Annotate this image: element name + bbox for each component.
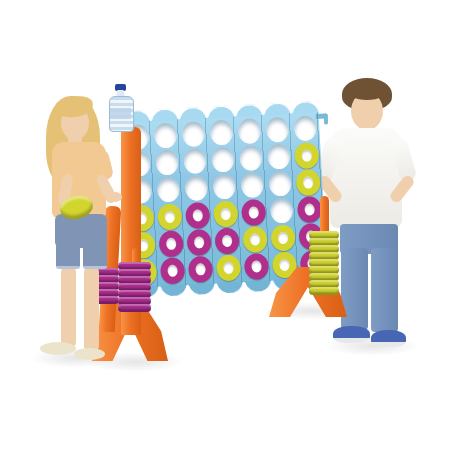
magenta-disc: [243, 252, 268, 279]
empty-hole: [293, 115, 316, 141]
magenta-disc: [214, 227, 239, 254]
left-big-magenta-stack: [118, 262, 151, 311]
magenta-disc: [158, 230, 183, 257]
boy-jeans-left-leg: [341, 248, 368, 330]
empty-hole: [265, 117, 288, 143]
empty-hole: [240, 172, 263, 198]
empty-hole: [239, 145, 262, 171]
girl-shorts-hips: [55, 214, 107, 248]
girl-right-shoe: [74, 348, 105, 360]
right-peg-pole: [320, 196, 329, 236]
empty-hole: [155, 149, 178, 175]
girl-right-leg: [84, 266, 99, 352]
yellow-disc: [270, 224, 295, 251]
connect-four-board: [122, 112, 327, 288]
boy-jeans-right-leg: [371, 248, 398, 332]
yellow-disc: [213, 200, 238, 227]
magenta-disc: [187, 255, 212, 282]
empty-hole: [237, 118, 260, 144]
girl-left-leg: [61, 266, 76, 348]
boy-right-sneaker: [371, 330, 406, 347]
empty-hole: [209, 120, 232, 146]
magenta-disc: [159, 257, 184, 284]
bottle-cap: [115, 84, 126, 91]
water-bottle: [108, 84, 134, 130]
yellow-disc: [157, 203, 182, 230]
empty-hole: [268, 171, 291, 197]
magenta-disc: [186, 228, 211, 255]
girl-shorts-right-leg: [83, 244, 107, 269]
magenta-disc: [185, 201, 210, 228]
boy-left-sneaker: [333, 326, 370, 343]
empty-hole: [211, 146, 234, 172]
empty-hole: [269, 197, 292, 223]
empty-hole: [267, 144, 290, 170]
yellow-disc: [215, 254, 240, 281]
girl-shorts-left-leg: [56, 244, 80, 269]
product-photo-scene: [0, 0, 450, 450]
empty-hole: [153, 122, 176, 148]
board-grid: [122, 112, 327, 286]
yellow-disc: [295, 169, 320, 196]
empty-hole: [212, 173, 235, 199]
magenta-disc: [241, 198, 266, 225]
stored-disc: [118, 304, 151, 312]
right-yellow-stack: [309, 231, 339, 294]
yellow-disc: [294, 142, 319, 169]
girl-left-shoe: [40, 342, 76, 355]
girl-right-hand: [108, 192, 122, 202]
empty-hole: [181, 121, 204, 147]
empty-hole: [184, 175, 207, 201]
stored-disc: [309, 287, 339, 295]
empty-hole: [183, 148, 206, 174]
bottle-label: [110, 108, 131, 119]
magenta-disc: [296, 195, 321, 222]
yellow-disc: [242, 225, 267, 252]
boy-fringe: [346, 80, 388, 100]
empty-hole: [156, 176, 179, 202]
